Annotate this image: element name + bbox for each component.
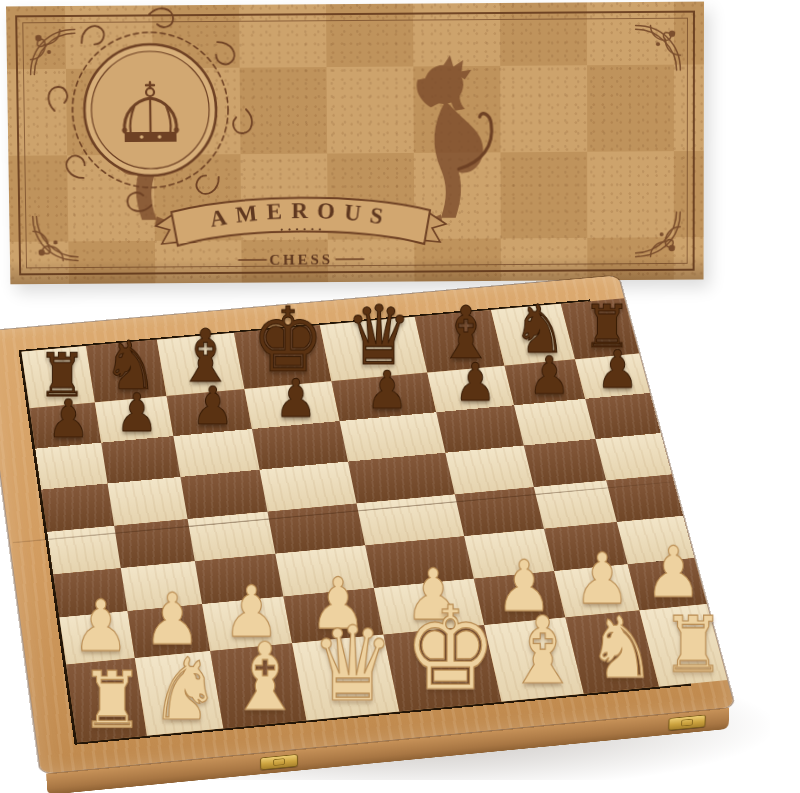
piece-white-pawn-a2: ♟ — [72, 590, 129, 661]
square-b7: ♟ — [95, 396, 174, 443]
piece-black-pawn-h7: ♟ — [596, 344, 638, 396]
square-f5 — [445, 446, 534, 494]
piece-white-rook-h1: ♜ — [662, 606, 724, 683]
square-h4 — [606, 474, 683, 522]
piece-white-knight-g1: ♞ — [587, 605, 656, 690]
brass-clasp-right — [668, 715, 706, 731]
square-c5 — [180, 470, 267, 519]
piece-white-knight-b1: ♞ — [151, 646, 220, 732]
piece-white-bishop-f1: ♝ — [505, 605, 580, 698]
square-c1: ♝ — [210, 643, 307, 728]
box-border-inner — [22, 18, 688, 269]
square-a5 — [41, 484, 114, 532]
square-g7: ♟ — [504, 359, 585, 405]
square-d1: ♛ — [292, 635, 398, 721]
square-f7: ♟ — [427, 366, 514, 413]
square-d6 — [252, 421, 347, 470]
square-b6 — [101, 436, 180, 484]
piece-black-pawn-e7: ♟ — [366, 364, 408, 417]
product-photo: AMEROUS · · · · · · CHESS ♜♞♝♚♛♝♞♜♟♟♟♟♟♟… — [0, 0, 800, 793]
square-b1: ♞ — [135, 651, 224, 736]
square-c6 — [173, 429, 259, 477]
piece-white-queen-d1: ♛ — [311, 612, 395, 716]
square-f1: ♝ — [484, 617, 584, 701]
piece-white-bishop-c1: ♝ — [227, 631, 303, 725]
square-h7: ♟ — [575, 354, 650, 399]
square-h6 — [585, 393, 660, 439]
piece-white-pawn-h2: ♟ — [645, 537, 702, 607]
square-c7: ♟ — [167, 389, 253, 436]
brass-clasp-left — [260, 754, 298, 770]
piece-white-rook-a1: ♜ — [81, 661, 144, 739]
square-a6 — [35, 443, 107, 490]
square-f6 — [436, 405, 524, 453]
square-e1: ♚ — [383, 625, 501, 711]
chess-board: ♜♞♝♚♛♝♞♜♟♟♟♟♟♟♟♟♟♟♟♟♟♟♟♟♜♞♝♛♚♝♞♜ — [0, 275, 734, 773]
piece-black-pawn-d7: ♟ — [275, 373, 317, 426]
piece-black-pawn-f7: ♟ — [454, 356, 496, 408]
square-g5 — [524, 439, 606, 487]
square-h5 — [596, 433, 672, 480]
piece-black-pawn-b7: ♟ — [116, 387, 159, 440]
board-scene: ♜♞♝♚♛♝♞♜♟♟♟♟♟♟♟♟♟♟♟♟♟♟♟♟♜♞♝♛♚♝♞♜ — [0, 250, 800, 793]
board-grid: ♜♞♝♚♛♝♞♜♟♟♟♟♟♟♟♟♟♟♟♟♟♟♟♟♜♞♝♛♚♝♞♜ — [18, 299, 691, 744]
square-g6 — [514, 399, 596, 446]
product-box: AMEROUS · · · · · · CHESS — [6, 2, 704, 285]
piece-white-king-e1: ♚ — [404, 591, 497, 706]
square-a7: ♟ — [30, 402, 102, 448]
square-a1: ♜ — [66, 658, 147, 742]
square-b5 — [108, 477, 188, 525]
piece-black-pawn-g7: ♟ — [528, 350, 570, 402]
piece-black-pawn-c7: ♟ — [192, 380, 235, 433]
piece-black-pawn-a7: ♟ — [47, 393, 90, 446]
